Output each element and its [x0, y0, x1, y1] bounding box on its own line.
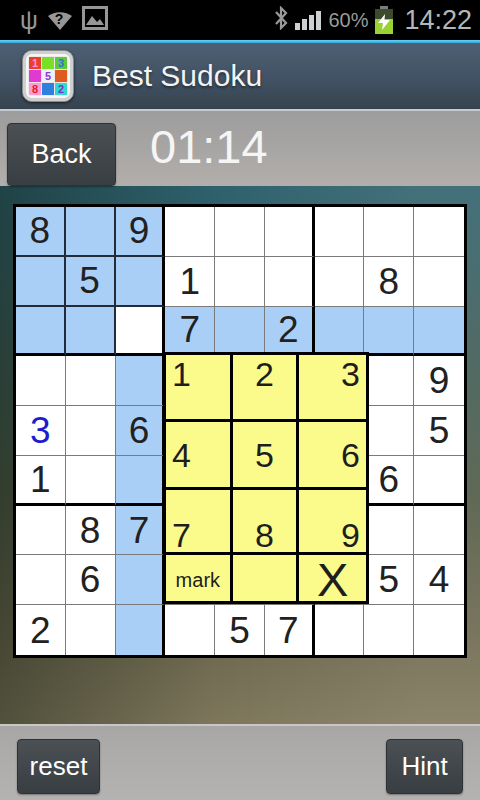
- clock-text: 14:22: [404, 5, 472, 36]
- cell-r4c2[interactable]: [66, 356, 116, 406]
- cell-r1c1[interactable]: 8: [16, 207, 66, 257]
- wifi-question-icon: ?: [47, 8, 73, 32]
- cell-r4c3[interactable]: [116, 356, 166, 406]
- cell-r8c8[interactable]: 5: [364, 555, 414, 605]
- cell-r2c4[interactable]: 1: [165, 257, 215, 307]
- app-icon-cell: 5: [42, 70, 54, 82]
- cell-r4c8[interactable]: [364, 356, 414, 406]
- cell-r4c9[interactable]: 9: [414, 356, 464, 406]
- cell-r4c1[interactable]: [16, 356, 66, 406]
- cell-r2c8[interactable]: 8: [364, 257, 414, 307]
- cell-r7c2[interactable]: 8: [66, 506, 116, 556]
- picker-4-button[interactable]: 4: [166, 422, 233, 490]
- app-icon-cell: 1: [29, 57, 41, 69]
- app-icon-cell: [42, 83, 54, 95]
- status-bar: ψ ? 60% 14:22: [0, 0, 480, 40]
- cell-r1c2[interactable]: [66, 207, 116, 257]
- cell-r5c1[interactable]: 3: [16, 406, 66, 456]
- app-icon-cell: [29, 70, 41, 82]
- cell-r6c3[interactable]: [116, 456, 166, 506]
- picker-6-button[interactable]: 6: [299, 422, 366, 490]
- cell-r8c9[interactable]: 4: [414, 555, 464, 605]
- cell-r9c5[interactable]: 5: [215, 605, 265, 655]
- cell-r9c1[interactable]: 2: [16, 605, 66, 655]
- back-button[interactable]: Back: [7, 123, 116, 186]
- app-icon-cell: [55, 70, 67, 82]
- picker-1-button[interactable]: 1: [166, 355, 233, 422]
- cell-r6c2[interactable]: [66, 456, 116, 506]
- cell-r8c3[interactable]: [116, 555, 166, 605]
- cell-r1c8[interactable]: [364, 207, 414, 257]
- cell-r2c1[interactable]: [16, 257, 66, 307]
- cell-r8c1[interactable]: [16, 555, 66, 605]
- cell-r9c2[interactable]: [66, 605, 116, 655]
- cell-r1c3[interactable]: 9: [116, 207, 166, 257]
- cell-r1c7[interactable]: [315, 207, 365, 257]
- cell-r8c2[interactable]: 6: [66, 555, 116, 605]
- cell-r2c5[interactable]: [215, 257, 265, 307]
- signal-icon: [295, 8, 321, 32]
- cell-r9c8[interactable]: [364, 605, 414, 655]
- picker-2-button[interactable]: 2: [233, 355, 300, 422]
- battery-charging-icon: [375, 6, 393, 34]
- cell-r7c8[interactable]: [364, 506, 414, 556]
- picker-8-button[interactable]: 8: [233, 490, 300, 555]
- reset-button[interactable]: reset: [17, 739, 100, 794]
- app-icon-cell: 8: [29, 83, 41, 95]
- app-icon: 13582: [22, 50, 74, 102]
- cell-r9c7[interactable]: [315, 605, 365, 655]
- cell-r5c3[interactable]: 6: [116, 406, 166, 456]
- cell-r3c8[interactable]: [364, 307, 414, 357]
- app-icon-cell: 2: [55, 83, 67, 95]
- cell-r9c4[interactable]: [165, 605, 215, 655]
- bluetooth-icon: [274, 6, 288, 34]
- cell-r6c1[interactable]: 1: [16, 456, 66, 506]
- cell-r3c4[interactable]: 7: [165, 307, 215, 357]
- cell-r1c6[interactable]: [265, 207, 315, 257]
- bottom-bar: reset Hint: [0, 724, 480, 800]
- cell-r2c3[interactable]: [116, 257, 166, 307]
- cell-r7c3[interactable]: 7: [116, 506, 166, 556]
- app-icon-cell: [42, 57, 54, 69]
- cell-r5c8[interactable]: [364, 406, 414, 456]
- usb-icon: ψ: [20, 8, 38, 33]
- cell-r5c2[interactable]: [66, 406, 116, 456]
- picker-9-button[interactable]: 9: [299, 490, 366, 555]
- cell-r3c1[interactable]: [16, 307, 66, 357]
- picker-3-button[interactable]: 3: [299, 355, 366, 422]
- mark-button[interactable]: mark: [166, 555, 233, 604]
- cell-r3c3[interactable]: [116, 307, 166, 357]
- cell-r2c9[interactable]: [414, 257, 464, 307]
- cell-r9c6[interactable]: 7: [265, 605, 315, 655]
- cell-r1c9[interactable]: [414, 207, 464, 257]
- app-title: Best Sudoku: [92, 59, 262, 93]
- cell-r6c8[interactable]: 6: [364, 456, 414, 506]
- number-picker-popup: 123456789markX: [163, 352, 369, 604]
- picker-empty-cell: [233, 555, 300, 604]
- battery-percent: 60%: [328, 9, 368, 32]
- cell-r3c7[interactable]: [315, 307, 365, 357]
- cell-r9c9[interactable]: [414, 605, 464, 655]
- cell-r1c4[interactable]: [165, 207, 215, 257]
- picker-7-button[interactable]: 7: [166, 490, 233, 555]
- cell-r7c1[interactable]: [16, 506, 66, 556]
- cell-r6c9[interactable]: [414, 456, 464, 506]
- cell-r3c5[interactable]: [215, 307, 265, 357]
- cell-r3c6[interactable]: 2: [265, 307, 315, 357]
- toolbar: Back 01:14: [0, 111, 480, 186]
- cell-r1c5[interactable]: [215, 207, 265, 257]
- cell-r3c2[interactable]: [66, 307, 116, 357]
- cell-r5c9[interactable]: 5: [414, 406, 464, 456]
- cancel-button[interactable]: X: [299, 555, 366, 604]
- cell-r2c2[interactable]: 5: [66, 257, 116, 307]
- gallery-icon: [82, 6, 108, 34]
- cell-r2c6[interactable]: [265, 257, 315, 307]
- game-timer: 01:14: [150, 119, 268, 174]
- hint-button[interactable]: Hint: [386, 739, 463, 794]
- cell-r9c3[interactable]: [116, 605, 166, 655]
- app-icon-cell: 3: [55, 57, 67, 69]
- cell-r3c9[interactable]: [414, 307, 464, 357]
- cell-r7c9[interactable]: [414, 506, 464, 556]
- title-bar: 13582 Best Sudoku: [0, 43, 480, 111]
- cell-r2c7[interactable]: [315, 257, 365, 307]
- picker-5-button[interactable]: 5: [233, 422, 300, 490]
